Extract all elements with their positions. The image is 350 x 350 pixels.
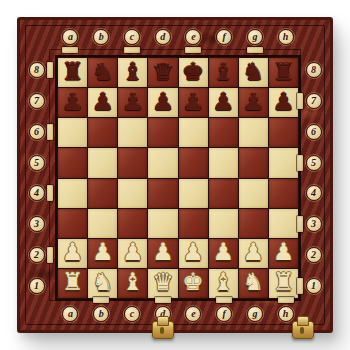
coord-rank-7: 7	[306, 93, 322, 109]
coord-file-b: b	[93, 306, 109, 322]
white-rook[interactable]: ♜	[62, 270, 84, 294]
white-rook[interactable]: ♜	[273, 270, 295, 294]
black-rook[interactable]: ♜	[62, 60, 84, 84]
border-inlay	[124, 47, 140, 53]
coordcell: g	[240, 305, 271, 322]
square-e8[interactable]: ♚	[179, 58, 208, 87]
coordcell: 1	[305, 270, 322, 301]
border-inlay	[47, 247, 53, 263]
square-d3[interactable]	[148, 209, 177, 238]
coord-rank-6: 6	[306, 124, 322, 140]
square-c6[interactable]	[118, 118, 147, 147]
coordcell: 5	[28, 147, 45, 178]
square-a4[interactable]	[58, 179, 87, 208]
square-f2[interactable]: ♟	[209, 239, 238, 268]
photo-backdrop: ♜♞♝♛♚♝♞♜♟♟♟♟♟♟♟♟♟♟♟♟♟♟♟♟♜♞♝♛♚♝♞♜ abcdefg…	[0, 0, 350, 350]
border-inlay	[297, 216, 303, 232]
coord-rank-5: 5	[306, 155, 322, 171]
coordcell: f	[209, 305, 240, 322]
coord-file-c: c	[124, 306, 140, 322]
black-knight[interactable]: ♞	[92, 60, 114, 84]
black-bishop[interactable]: ♝	[212, 60, 234, 84]
square-d6[interactable]	[148, 118, 177, 147]
black-pawn[interactable]: ♟	[212, 90, 234, 114]
coord-rank-6: 6	[29, 124, 45, 140]
square-b6[interactable]	[88, 118, 117, 147]
coord-rank-2: 2	[306, 247, 322, 263]
coord-rank-3: 3	[306, 216, 322, 232]
border-inlay	[247, 47, 263, 53]
square-h2[interactable]: ♟	[269, 239, 298, 268]
black-rook[interactable]: ♜	[273, 60, 295, 84]
square-h4[interactable]	[269, 179, 298, 208]
square-g8[interactable]: ♞	[239, 58, 268, 87]
coordcell: 2	[28, 240, 45, 271]
border-inlay	[297, 155, 303, 171]
square-g5[interactable]	[239, 148, 268, 177]
rank-labels-right: 87654321	[305, 55, 322, 301]
chess-board: ♜♞♝♛♚♝♞♜♟♟♟♟♟♟♟♟♟♟♟♟♟♟♟♟♜♞♝♛♚♝♞♜ abcdefg…	[17, 17, 333, 333]
black-knight[interactable]: ♞	[243, 60, 265, 84]
coordcell: c	[117, 28, 148, 45]
coordcell: 2	[305, 240, 322, 271]
file-labels-bottom: abcdefgh	[55, 305, 301, 322]
square-e2[interactable]: ♟	[179, 239, 208, 268]
board-field: ♜♞♝♛♚♝♞♜♟♟♟♟♟♟♟♟♟♟♟♟♟♟♟♟♜♞♝♛♚♝♞♜	[55, 55, 301, 301]
coord-rank-4: 4	[306, 185, 322, 201]
square-g2[interactable]: ♟	[239, 239, 268, 268]
coordcell: e	[178, 28, 209, 45]
white-king[interactable]: ♚	[182, 270, 204, 294]
coord-rank-3: 3	[29, 216, 45, 232]
coord-file-d: d	[155, 29, 171, 45]
border-inlay	[297, 93, 303, 109]
white-pawn[interactable]: ♟	[273, 240, 295, 264]
coord-file-e: e	[185, 306, 201, 322]
coord-rank-7: 7	[29, 93, 45, 109]
square-c4[interactable]	[118, 179, 147, 208]
square-h3[interactable]	[269, 209, 298, 238]
square-c3[interactable]	[118, 209, 147, 238]
square-c8[interactable]: ♝	[118, 58, 147, 87]
square-f5[interactable]	[209, 148, 238, 177]
square-e6[interactable]	[179, 118, 208, 147]
square-h8[interactable]: ♜	[269, 58, 298, 87]
square-d4[interactable]	[148, 179, 177, 208]
square-b4[interactable]	[88, 179, 117, 208]
square-h6[interactable]	[269, 118, 298, 147]
square-d1[interactable]: ♛	[148, 269, 177, 298]
square-a1[interactable]: ♜	[58, 269, 87, 298]
square-c2[interactable]: ♟	[118, 239, 147, 268]
coordcell: 6	[28, 117, 45, 148]
border-inlay	[216, 297, 232, 303]
white-knight[interactable]: ♞	[92, 270, 114, 294]
square-f6[interactable]	[209, 118, 238, 147]
square-d5[interactable]	[148, 148, 177, 177]
coordcell: c	[117, 305, 148, 322]
white-bishop[interactable]: ♝	[212, 270, 234, 294]
coord-rank-1: 1	[29, 278, 45, 294]
white-bishop[interactable]: ♝	[122, 270, 144, 294]
file-labels-top: abcdefgh	[55, 28, 301, 45]
square-h1[interactable]: ♜	[269, 269, 298, 298]
square-g3[interactable]	[239, 209, 268, 238]
square-f7[interactable]: ♟	[209, 88, 238, 117]
coordcell: g	[240, 28, 271, 45]
black-pawn[interactable]: ♟	[182, 90, 204, 114]
coordcell: 3	[305, 209, 322, 240]
coordcell: b	[86, 28, 117, 45]
coord-rank-1: 1	[306, 278, 322, 294]
square-f8[interactable]: ♝	[209, 58, 238, 87]
square-a6[interactable]	[58, 118, 87, 147]
coordcell: 8	[28, 55, 45, 86]
coord-rank-4: 4	[29, 185, 45, 201]
black-pawn[interactable]: ♟	[273, 90, 295, 114]
square-a7[interactable]: ♟	[58, 88, 87, 117]
border-inlay	[278, 297, 294, 303]
coordcell: d	[147, 28, 178, 45]
square-d7[interactable]: ♟	[148, 88, 177, 117]
square-a2[interactable]: ♟	[58, 239, 87, 268]
coordcell: b	[86, 305, 117, 322]
square-g7[interactable]: ♟	[239, 88, 268, 117]
white-pawn[interactable]: ♟	[243, 240, 265, 264]
square-b2[interactable]: ♟	[88, 239, 117, 268]
square-f4[interactable]	[209, 179, 238, 208]
coordcell: f	[209, 28, 240, 45]
square-h7[interactable]: ♟	[269, 88, 298, 117]
black-pawn[interactable]: ♟	[243, 90, 265, 114]
square-e5[interactable]	[179, 148, 208, 177]
square-a8[interactable]: ♜	[58, 58, 87, 87]
coord-rank-5: 5	[29, 155, 45, 171]
square-b8[interactable]: ♞	[88, 58, 117, 87]
square-e3[interactable]	[179, 209, 208, 238]
white-pawn[interactable]: ♟	[122, 240, 144, 264]
square-d2[interactable]: ♟	[148, 239, 177, 268]
white-pawn[interactable]: ♟	[152, 240, 174, 264]
white-queen[interactable]: ♛	[152, 270, 174, 294]
black-king[interactable]: ♚	[182, 60, 204, 84]
black-pawn[interactable]: ♟	[92, 90, 114, 114]
square-h5[interactable]	[269, 148, 298, 177]
border-inlay	[47, 62, 53, 78]
square-d8[interactable]: ♛	[148, 58, 177, 87]
square-e7[interactable]: ♟	[179, 88, 208, 117]
coord-file-f: f	[216, 306, 232, 322]
square-g6[interactable]	[239, 118, 268, 147]
coord-file-h: h	[278, 29, 294, 45]
black-queen[interactable]: ♛	[152, 60, 174, 84]
coord-file-a: a	[62, 306, 78, 322]
white-pawn[interactable]: ♟	[92, 240, 114, 264]
rank-labels-left: 87654321	[28, 55, 45, 301]
coord-file-b: b	[93, 29, 109, 45]
coordcell: e	[178, 305, 209, 322]
coord-rank-8: 8	[29, 62, 45, 78]
coord-file-e: e	[185, 29, 201, 45]
black-bishop[interactable]: ♝	[122, 60, 144, 84]
coord-file-h: h	[278, 306, 294, 322]
square-g4[interactable]	[239, 179, 268, 208]
brass-clasp-right-icon	[292, 321, 314, 339]
border-inlay	[297, 278, 303, 294]
coord-rank-2: 2	[29, 247, 45, 263]
square-c7[interactable]: ♟	[118, 88, 147, 117]
coordcell: 6	[305, 117, 322, 148]
square-b5[interactable]	[88, 148, 117, 177]
border-inlay	[155, 297, 171, 303]
square-c1[interactable]: ♝	[118, 269, 147, 298]
border-inlay	[93, 297, 109, 303]
border-inlay	[47, 124, 53, 140]
brass-clasp-left-icon	[152, 321, 174, 339]
white-pawn[interactable]: ♟	[62, 240, 84, 264]
coordcell: h	[270, 28, 301, 45]
square-f1[interactable]: ♝	[209, 269, 238, 298]
black-pawn[interactable]: ♟	[152, 90, 174, 114]
coordcell: 8	[305, 55, 322, 86]
square-b3[interactable]	[88, 209, 117, 238]
square-a3[interactable]	[58, 209, 87, 238]
coordcell: 1	[28, 270, 45, 301]
coord-file-a: a	[62, 29, 78, 45]
white-pawn[interactable]: ♟	[182, 240, 204, 264]
white-pawn[interactable]: ♟	[212, 240, 234, 264]
square-c5[interactable]	[118, 148, 147, 177]
square-g1[interactable]: ♞	[239, 269, 268, 298]
coord-file-c: c	[124, 29, 140, 45]
square-e4[interactable]	[179, 179, 208, 208]
border-inlay	[185, 47, 201, 53]
border-inlay	[62, 47, 78, 53]
coordcell: a	[55, 28, 86, 45]
square-b7[interactable]: ♟	[88, 88, 117, 117]
coordcell: a	[55, 305, 86, 322]
square-a5[interactable]	[58, 148, 87, 177]
square-e1[interactable]: ♚	[179, 269, 208, 298]
border-inlay	[47, 185, 53, 201]
coordcell: 7	[305, 86, 322, 117]
coord-file-f: f	[216, 29, 232, 45]
white-knight[interactable]: ♞	[243, 270, 265, 294]
square-b1[interactable]: ♞	[88, 269, 117, 298]
coordcell: 4	[28, 178, 45, 209]
coord-file-g: g	[247, 29, 263, 45]
coordcell: 4	[305, 178, 322, 209]
coord-file-g: g	[247, 306, 263, 322]
square-f3[interactable]	[209, 209, 238, 238]
black-pawn[interactable]: ♟	[122, 90, 144, 114]
coordcell: 3	[28, 209, 45, 240]
coord-rank-8: 8	[306, 62, 322, 78]
coordcell: 7	[28, 86, 45, 117]
black-pawn[interactable]: ♟	[62, 90, 84, 114]
coordcell: 5	[305, 147, 322, 178]
